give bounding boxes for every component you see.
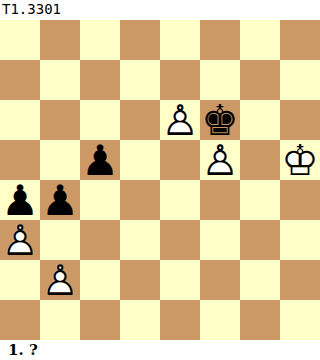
square-c6[interactable] [80, 100, 120, 140]
square-h6[interactable] [280, 100, 320, 140]
square-b5[interactable] [40, 140, 80, 180]
white-pawn-icon: ♙ [40, 260, 80, 300]
black-pawn[interactable]: ♟ [0, 180, 40, 220]
white-pawn-icon: ♙ [0, 220, 40, 260]
square-d8[interactable] [120, 20, 160, 60]
square-b4[interactable]: ♟ [40, 180, 80, 220]
black-pawn[interactable]: ♟ [40, 180, 80, 220]
square-c3[interactable] [80, 220, 120, 260]
square-e6[interactable]: ♟♙ [160, 100, 200, 140]
square-e3[interactable] [160, 220, 200, 260]
square-f6[interactable]: ♚ [200, 100, 240, 140]
square-e8[interactable] [160, 20, 200, 60]
black-pawn-icon: ♟ [80, 140, 120, 180]
square-f3[interactable] [200, 220, 240, 260]
black-king-icon: ♚ [200, 100, 240, 140]
square-c1[interactable] [80, 300, 120, 340]
square-a6[interactable] [0, 100, 40, 140]
square-c7[interactable] [80, 60, 120, 100]
puzzle-id: T1.3301 [2, 1, 61, 19]
square-d4[interactable] [120, 180, 160, 220]
square-c2[interactable] [80, 260, 120, 300]
square-b1[interactable] [40, 300, 80, 340]
black-pawn-icon: ♟ [0, 180, 40, 220]
white-king[interactable]: ♚♔ [280, 140, 320, 180]
square-c8[interactable] [80, 20, 120, 60]
square-e7[interactable] [160, 60, 200, 100]
move-prompt: 1. ? [8, 341, 38, 360]
square-g2[interactable] [240, 260, 280, 300]
square-f8[interactable] [200, 20, 240, 60]
square-g6[interactable] [240, 100, 280, 140]
white-pawn-fill: ♟ [0, 220, 40, 260]
white-pawn-icon: ♙ [200, 140, 240, 180]
square-b8[interactable] [40, 20, 80, 60]
square-f1[interactable] [200, 300, 240, 340]
square-d2[interactable] [120, 260, 160, 300]
square-a7[interactable] [0, 60, 40, 100]
black-pawn[interactable]: ♟ [80, 140, 120, 180]
white-pawn[interactable]: ♟♙ [40, 260, 80, 300]
square-h8[interactable] [280, 20, 320, 60]
square-a5[interactable] [0, 140, 40, 180]
square-h5[interactable]: ♚♔ [280, 140, 320, 180]
square-f5[interactable]: ♟♙ [200, 140, 240, 180]
white-pawn[interactable]: ♟♙ [160, 100, 200, 140]
square-g1[interactable] [240, 300, 280, 340]
black-king[interactable]: ♚ [200, 100, 240, 140]
square-h1[interactable] [280, 300, 320, 340]
square-d5[interactable] [120, 140, 160, 180]
square-h4[interactable] [280, 180, 320, 220]
white-pawn-fill: ♟ [40, 260, 80, 300]
square-f2[interactable] [200, 260, 240, 300]
square-e4[interactable] [160, 180, 200, 220]
square-g5[interactable] [240, 140, 280, 180]
white-king-icon: ♔ [280, 140, 320, 180]
white-pawn-icon: ♙ [160, 100, 200, 140]
square-a2[interactable] [0, 260, 40, 300]
black-pawn-icon: ♟ [40, 180, 80, 220]
white-pawn-fill: ♟ [200, 140, 240, 180]
square-b2[interactable]: ♟♙ [40, 260, 80, 300]
square-g4[interactable] [240, 180, 280, 220]
square-f4[interactable] [200, 180, 240, 220]
square-h2[interactable] [280, 260, 320, 300]
square-d3[interactable] [120, 220, 160, 260]
square-c5[interactable]: ♟ [80, 140, 120, 180]
square-g7[interactable] [240, 60, 280, 100]
square-e1[interactable] [160, 300, 200, 340]
square-b7[interactable] [40, 60, 80, 100]
square-d7[interactable] [120, 60, 160, 100]
square-d1[interactable] [120, 300, 160, 340]
square-a4[interactable]: ♟ [0, 180, 40, 220]
square-h7[interactable] [280, 60, 320, 100]
square-b3[interactable] [40, 220, 80, 260]
square-e5[interactable] [160, 140, 200, 180]
square-c4[interactable] [80, 180, 120, 220]
white-king-fill: ♚ [280, 140, 320, 180]
square-d6[interactable] [120, 100, 160, 140]
square-e2[interactable] [160, 260, 200, 300]
square-f7[interactable] [200, 60, 240, 100]
white-pawn[interactable]: ♟♙ [200, 140, 240, 180]
chess-board: ♟♙♚♟♟♙♚♔♟♟♟♙♟♙ [0, 20, 320, 340]
square-a3[interactable]: ♟♙ [0, 220, 40, 260]
square-a8[interactable] [0, 20, 40, 60]
square-h3[interactable] [280, 220, 320, 260]
white-pawn-fill: ♟ [160, 100, 200, 140]
square-a1[interactable] [0, 300, 40, 340]
square-g3[interactable] [240, 220, 280, 260]
square-g8[interactable] [240, 20, 280, 60]
white-pawn[interactable]: ♟♙ [0, 220, 40, 260]
square-b6[interactable] [40, 100, 80, 140]
